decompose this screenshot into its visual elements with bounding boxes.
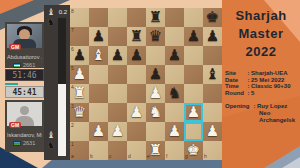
- square-a3[interactable]: 3♛: [70, 103, 89, 122]
- player-card-bottom[interactable]: GM Iskandarov, Mis... 2631: [5, 100, 44, 152]
- square-d5[interactable]: [127, 65, 146, 84]
- square-h6[interactable]: [203, 46, 222, 65]
- uzbekistan-flag: [13, 63, 21, 68]
- square-a7[interactable]: 7: [70, 27, 89, 46]
- square-c3[interactable]: [108, 103, 127, 122]
- avatar-head: [20, 106, 29, 115]
- opening-name: Ruy Lopez: [257, 103, 287, 110]
- file-label: g: [185, 154, 188, 159]
- square-f5[interactable]: [165, 65, 184, 84]
- square-a4[interactable]: 4♜: [70, 84, 89, 103]
- square-f7[interactable]: [165, 27, 184, 46]
- piece-white-pawn[interactable]: ♟: [111, 122, 124, 141]
- square-c2[interactable]: ♟: [108, 122, 127, 141]
- clock-top: 51:46: [5, 69, 44, 81]
- piece-white-pawn[interactable]: ♟: [73, 65, 86, 84]
- info-row-round: Round:5: [225, 90, 300, 97]
- square-b6[interactable]: ♝: [89, 46, 108, 65]
- title-badge: GM: [9, 44, 21, 50]
- file-label: e: [147, 154, 150, 159]
- square-h1[interactable]: h: [203, 141, 222, 160]
- square-c6[interactable]: ♟: [108, 46, 127, 65]
- piece-black-rook[interactable]: ♜: [130, 27, 143, 46]
- piece-black-pawn[interactable]: ♟: [92, 27, 105, 46]
- square-d8[interactable]: [127, 8, 146, 27]
- piece-black-pawn[interactable]: ♟: [206, 27, 219, 46]
- square-g6[interactable]: [184, 46, 203, 65]
- broadcast-overlay: GM Abdusattorov ... 2661 51:46 45:41 GM …: [0, 0, 300, 168]
- eval-bar: [58, 18, 66, 156]
- knight-icon: ♞: [47, 17, 55, 27]
- square-e4[interactable]: ♟: [146, 84, 165, 103]
- material-icons-top: ♝♞: [47, 7, 55, 27]
- event-title-line3: 2022: [222, 43, 300, 61]
- file-label: a: [71, 154, 74, 159]
- square-c1[interactable]: c: [108, 141, 127, 160]
- title-badge: GM: [9, 122, 21, 128]
- file-label: b: [90, 154, 93, 159]
- square-a2[interactable]: 2: [70, 122, 89, 141]
- square-g4[interactable]: [184, 84, 203, 103]
- piece-black-pawn[interactable]: ♟: [149, 65, 162, 84]
- rank-label: 3: [71, 104, 74, 109]
- square-e7[interactable]: ♛: [146, 27, 165, 46]
- clock-bottom-active: 45:41: [5, 86, 44, 98]
- event-title-line1: Sharjah: [222, 7, 300, 25]
- square-f6[interactable]: ♟: [165, 46, 184, 65]
- piece-white-knight[interactable]: ♞: [149, 103, 162, 122]
- square-d4[interactable]: [127, 84, 146, 103]
- player-name: Iskandarov, Mis...: [7, 132, 42, 138]
- square-b2[interactable]: ♟: [89, 122, 108, 141]
- piece-black-pawn[interactable]: ♟: [111, 46, 124, 65]
- piece-white-pawn[interactable]: ♟: [92, 122, 105, 141]
- square-f8[interactable]: [165, 8, 184, 27]
- square-f1[interactable]: f: [165, 141, 184, 160]
- square-a5[interactable]: 5♟: [70, 65, 89, 84]
- square-g8[interactable]: [184, 8, 203, 27]
- square-h4[interactable]: [203, 84, 222, 103]
- square-b4[interactable]: [89, 84, 108, 103]
- piece-white-pawn[interactable]: ♟: [149, 84, 162, 103]
- piece-black-pawn[interactable]: ♟: [130, 46, 143, 65]
- opening-info: Opening : Ruy Lopez Neo Archangelsk: [225, 103, 300, 124]
- player-name: Abdusattorov ...: [7, 54, 42, 60]
- piece-black-pawn[interactable]: ♟: [168, 46, 181, 65]
- square-g5[interactable]: [184, 65, 203, 84]
- piece-white-bishop[interactable]: ♝: [92, 46, 105, 65]
- event-title: Sharjah Master 2022: [222, 7, 300, 61]
- square-d7[interactable]: ♜: [127, 27, 146, 46]
- file-label: f: [166, 154, 167, 159]
- square-h2[interactable]: ♟: [203, 122, 222, 141]
- square-e2[interactable]: [146, 122, 165, 141]
- rank-label: 5: [71, 66, 74, 71]
- square-d3[interactable]: ♟: [127, 103, 146, 122]
- square-g1[interactable]: g♚: [184, 141, 203, 160]
- square-b3[interactable]: [89, 103, 108, 122]
- square-c4[interactable]: [108, 84, 127, 103]
- square-c5[interactable]: [108, 65, 127, 84]
- square-g7[interactable]: ♟: [184, 27, 203, 46]
- piece-white-pawn[interactable]: ♟: [168, 122, 181, 141]
- piece-white-rook[interactable]: ♜: [73, 84, 86, 103]
- file-label: c: [109, 154, 112, 159]
- square-f4[interactable]: ♞: [165, 84, 184, 103]
- piece-black-rook[interactable]: ♜: [149, 8, 162, 27]
- opening-name-line2: Neo Archangelsk: [225, 110, 300, 124]
- piece-white-pawn[interactable]: ♟: [130, 103, 143, 122]
- piece-black-pawn[interactable]: ♟: [73, 46, 86, 65]
- square-h3[interactable]: [203, 103, 222, 122]
- square-e8[interactable]: ♜: [146, 8, 165, 27]
- piece-white-rook[interactable]: ♜: [149, 141, 162, 160]
- square-b7[interactable]: ♟: [89, 27, 108, 46]
- square-d2[interactable]: [127, 122, 146, 141]
- file-label: h: [204, 154, 207, 159]
- eval-bar-black-part: [58, 18, 66, 84]
- square-e5[interactable]: ♟: [146, 65, 165, 84]
- square-b1[interactable]: b: [89, 141, 108, 160]
- square-b8[interactable]: [89, 8, 108, 27]
- opening-label: Opening: [225, 103, 252, 110]
- rank-label: 6: [71, 47, 74, 52]
- azerbaijan-flag: [13, 141, 21, 146]
- event-panel: Sharjah Master 2022 Site:Sharjah-UEADate…: [222, 0, 300, 168]
- piece-black-king[interactable]: ♚: [206, 8, 219, 27]
- rank-label: 4: [71, 85, 74, 90]
- rank-label: 8: [71, 9, 74, 14]
- piece-black-bishop[interactable]: ♝: [206, 65, 219, 84]
- square-e6[interactable]: [146, 46, 165, 65]
- square-b5[interactable]: [89, 65, 108, 84]
- square-a1[interactable]: 1a: [70, 141, 89, 160]
- rank-label: 7: [71, 28, 74, 33]
- player-card-top[interactable]: GM Abdusattorov ... 2661: [5, 22, 44, 68]
- engine-eval-score: 0.2: [59, 9, 67, 15]
- piece-black-pawn[interactable]: ♟: [187, 27, 200, 46]
- square-d6[interactable]: ♟: [127, 46, 146, 65]
- square-a8[interactable]: 8: [70, 8, 89, 27]
- square-c7[interactable]: [108, 27, 127, 46]
- square-g3[interactable]: ♟: [184, 103, 203, 122]
- square-a6[interactable]: 6♟: [70, 46, 89, 65]
- piece-white-pawn[interactable]: ♟: [187, 103, 200, 122]
- square-c8[interactable]: [108, 8, 127, 27]
- event-title-line2: Master: [222, 25, 300, 43]
- square-f2[interactable]: ♟: [165, 122, 184, 141]
- square-g2[interactable]: [184, 122, 203, 141]
- square-f3[interactable]: [165, 103, 184, 122]
- material-icons-bottom: ♝♞: [47, 130, 55, 150]
- evaluation-panel: ♝♞ 0.2 ♝♞: [44, 5, 70, 160]
- knight-icon: ♞: [47, 140, 55, 150]
- piece-black-knight[interactable]: ♞: [168, 84, 181, 103]
- file-label: d: [128, 154, 131, 159]
- bishop-icon: ♝: [47, 130, 55, 140]
- square-h5[interactable]: ♝: [203, 65, 222, 84]
- square-e3[interactable]: ♞: [146, 103, 165, 122]
- piece-white-king[interactable]: ♚: [187, 141, 200, 160]
- eval-bar-white-part: [58, 84, 66, 156]
- piece-white-pawn[interactable]: ♟: [206, 122, 219, 141]
- square-h8[interactable]: ♚: [203, 8, 222, 27]
- rank-label: 1: [71, 142, 74, 147]
- chess-board: 8♜♚7♟♜♛♟♟6♟♝♟♟♟5♟♟♝4♜♟♞3♛♟♞♟2♟♟♟♟1abcde♜…: [70, 8, 222, 160]
- piece-black-queen[interactable]: ♛: [149, 27, 162, 46]
- piece-white-queen[interactable]: ♛: [73, 103, 86, 122]
- square-e1[interactable]: e♜: [146, 141, 165, 160]
- square-h7[interactable]: ♟: [203, 27, 222, 46]
- square-d1[interactable]: d: [127, 141, 146, 160]
- player-rating: 2631: [23, 140, 35, 146]
- player-rating: 2661: [23, 62, 35, 68]
- time-progress-bar: [5, 83, 18, 85]
- event-info-list: Site:Sharjah-UEADate:25 Mei 2022Time:Cla…: [225, 70, 300, 96]
- bishop-icon: ♝: [47, 7, 55, 17]
- rank-label: 2: [71, 123, 74, 128]
